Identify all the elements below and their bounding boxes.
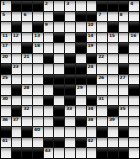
block-cell [54,117,64,127]
grid-cell[interactable] [108,12,118,22]
grid-cell[interactable] [54,43,64,53]
grid-cell[interactable] [44,106,54,116]
clue-number: 7 [98,12,101,17]
block-cell [76,117,86,127]
clue-number: 41 [2,138,8,143]
grid-cell[interactable] [108,127,118,137]
block-cell [108,22,118,32]
grid-cell[interactable] [129,75,139,85]
grid-cell[interactable] [44,127,54,137]
grid-cell[interactable] [76,54,86,64]
clue-number: 39 [109,117,115,122]
grid-cell[interactable] [76,22,86,32]
grid-cell[interactable]: 3 [65,1,75,11]
block-cell [12,22,22,32]
grid-cell[interactable] [65,43,75,53]
clue-number: 25 [2,75,8,80]
block-cell [97,127,107,137]
clue-number: 32 [23,106,29,111]
clue-number: 9 [45,22,48,27]
grid-cell[interactable] [108,64,118,74]
clue-number: 4 [130,1,133,6]
block-cell [97,1,107,11]
grid-cell[interactable] [33,96,43,106]
grid-cell[interactable] [108,75,118,85]
block-cell [119,1,129,11]
grid-cell[interactable] [54,54,64,64]
grid-cell[interactable]: 21 [22,54,32,64]
grid-cell[interactable] [22,22,32,32]
block-cell [44,75,54,85]
clue-number: 2 [45,1,48,6]
clue-number: 8 [120,12,123,17]
grid-cell[interactable] [33,138,43,148]
grid-cell[interactable]: 19 [87,43,97,53]
grid-cell[interactable]: 16 [129,33,139,43]
grid-cell[interactable] [108,43,118,53]
block-cell [22,1,32,11]
grid-cell[interactable]: 31 [97,96,107,106]
grid-cell[interactable] [12,138,22,148]
grid-cell[interactable] [33,85,43,95]
block-cell [65,75,75,85]
block-cell [87,12,97,22]
grid-cell[interactable] [76,1,86,11]
grid-cell[interactable] [97,117,107,127]
grid-cell[interactable]: 23 [12,64,22,74]
grid-cell[interactable] [108,54,118,64]
grid-cell[interactable] [108,96,118,106]
grid-cell[interactable] [12,43,22,53]
clue-number: 29 [77,85,83,90]
block-cell [54,106,64,116]
grid-cell[interactable]: 18 [33,43,43,53]
block-cell [76,75,86,85]
grid-cell[interactable] [76,148,86,158]
grid-cell[interactable] [129,127,139,137]
grid-cell[interactable] [129,96,139,106]
grid-cell[interactable] [119,117,129,127]
block-cell [87,75,97,85]
grid-cell[interactable]: 42 [87,138,97,148]
grid-cell[interactable] [119,138,129,148]
grid-cell[interactable] [44,64,54,74]
block-cell [22,127,32,137]
clue-number: 38 [88,117,94,122]
grid-cell[interactable]: 12 [12,33,22,43]
grid-cell[interactable] [65,148,75,158]
grid-cell[interactable]: 7 [97,12,107,22]
grid-cell[interactable] [33,75,43,85]
grid-cell[interactable] [22,117,32,127]
block-cell [65,85,75,95]
grid-cell[interactable] [33,12,43,22]
block-cell [119,64,129,74]
grid-cell[interactable]: 30 [1,96,11,106]
grid-cell[interactable] [119,33,129,43]
grid-cell[interactable] [54,96,64,106]
grid-cell[interactable] [97,106,107,116]
grid-cell[interactable] [33,106,43,116]
clue-number: 33 [66,106,72,111]
block-cell [119,148,129,158]
grid-cell[interactable]: 14 [87,33,97,43]
block-cell [33,1,43,11]
clue-number: 18 [34,43,40,48]
grid-cell[interactable]: 15 [108,33,118,43]
block-cell [44,54,54,64]
block-cell [44,138,54,148]
grid-cell[interactable] [1,85,11,95]
grid-cell[interactable] [12,96,22,106]
grid-cell[interactable] [119,54,129,64]
block-cell [129,22,139,32]
clue-number: 35 [120,106,126,111]
grid-cell[interactable] [33,64,43,74]
grid-cell[interactable] [54,1,64,11]
grid-cell[interactable] [22,64,32,74]
grid-cell[interactable] [76,96,86,106]
grid-cell[interactable] [44,117,54,127]
grid-cell[interactable] [65,33,75,43]
block-cell [65,64,75,74]
grid-cell[interactable] [22,138,32,148]
clue-number: 3 [66,1,69,6]
grid-cell[interactable]: 5 [1,12,11,22]
block-cell [12,106,22,116]
grid-cell[interactable]: 20 [1,54,11,64]
grid-cell[interactable]: 41 [1,138,11,148]
block-cell [65,96,75,106]
grid-cell[interactable]: 4 [129,1,139,11]
grid-cell[interactable]: 1 [1,1,11,11]
grid-cell[interactable] [65,117,75,127]
grid-cell[interactable]: 13 [33,33,43,43]
grid-cell[interactable]: 28 [22,85,32,95]
clue-number: 6 [23,12,26,17]
clue-number: 12 [13,33,19,38]
block-cell [87,54,97,64]
block-cell [76,12,86,22]
block-cell [108,1,118,11]
grid-cell[interactable] [87,1,97,11]
grid-cell[interactable] [1,22,11,32]
grid-cell[interactable] [33,54,43,64]
block-cell [129,85,139,95]
block-cell [54,138,64,148]
grid-cell[interactable]: 43 [44,148,54,158]
grid-cell[interactable]: 8 [119,12,129,22]
clue-number: 23 [13,64,19,69]
grid-cell[interactable] [97,22,107,32]
grid-cell[interactable] [65,22,75,32]
grid-cell[interactable] [22,96,32,106]
grid-cell[interactable] [44,43,54,53]
grid-cell[interactable] [54,127,64,137]
grid-cell[interactable]: 32 [22,106,32,116]
clue-number: 19 [88,43,94,48]
grid-cell[interactable] [22,33,32,43]
grid-cell[interactable] [54,148,64,158]
block-cell [76,64,86,74]
crossword-grid: 1234567891011121314151617181920212223242… [0,0,140,159]
block-cell [76,43,86,53]
clue-number: 34 [88,106,94,111]
grid-cell[interactable] [54,64,64,74]
grid-cell[interactable]: 26 [97,75,107,85]
grid-cell[interactable] [129,106,139,116]
grid-cell[interactable] [33,117,43,127]
clue-number: 36 [2,117,8,122]
block-cell [87,96,97,106]
grid-cell[interactable] [129,43,139,53]
block-cell [1,127,11,137]
grid-cell[interactable] [97,33,107,43]
block-cell [22,43,32,53]
clue-number: 43 [45,148,51,153]
grid-cell[interactable]: 11 [1,33,11,43]
grid-cell[interactable] [129,12,139,22]
clue-number: 27 [120,75,126,80]
grid-cell[interactable] [108,138,118,148]
grid-cell[interactable] [87,127,97,137]
grid-cell[interactable] [129,138,139,148]
clue-number: 11 [2,33,8,38]
block-cell [108,148,118,158]
grid-cell[interactable] [119,22,129,32]
block-cell [97,148,107,158]
grid-cell[interactable] [12,127,22,137]
block-cell [119,43,129,53]
grid-cell[interactable] [129,117,139,127]
grid-cell[interactable] [129,148,139,158]
block-cell [54,75,64,85]
grid-cell[interactable]: 27 [119,75,129,85]
grid-cell[interactable]: 6 [22,12,32,22]
grid-cell[interactable]: 36 [1,117,11,127]
grid-cell[interactable]: 35 [119,106,129,116]
grid-cell[interactable] [44,85,54,95]
grid-cell[interactable] [22,75,32,85]
block-cell [76,138,86,148]
grid-cell[interactable] [12,54,22,64]
grid-cell[interactable]: 9 [44,22,54,32]
block-cell [22,148,32,158]
block-cell [44,96,54,106]
grid-cell[interactable]: 34 [87,106,97,116]
grid-cell[interactable]: 29 [76,85,86,95]
clue-number: 37 [13,117,19,122]
clue-number: 16 [130,33,136,38]
grid-cell[interactable] [12,75,22,85]
grid-cell[interactable] [76,127,86,137]
block-cell [33,22,43,32]
grid-cell[interactable] [54,22,64,32]
clue-number: 1 [2,1,5,6]
grid-cell[interactable]: 40 [33,127,43,137]
block-cell [54,33,64,43]
block-cell [12,148,22,158]
grid-cell[interactable] [97,138,107,148]
clue-number: 15 [109,33,115,38]
block-cell [12,85,22,95]
clue-number: 13 [34,33,40,38]
clue-number: 30 [2,96,8,101]
clue-number: 17 [2,43,8,48]
block-cell [65,54,75,64]
clue-number: 14 [88,33,94,38]
grid-cell[interactable]: 39 [108,117,118,127]
grid-cell[interactable]: 22 [97,54,107,64]
grid-cell[interactable] [65,127,75,137]
grid-cell[interactable]: 33 [65,106,75,116]
grid-cell[interactable]: 38 [87,117,97,127]
clue-number: 31 [98,96,104,101]
grid-cell[interactable] [1,148,11,158]
grid-cell[interactable] [119,85,129,95]
clue-number: 10 [88,22,94,27]
grid-cell[interactable] [129,54,139,64]
crossword-puzzle: 1234567891011121314151617181920212223242… [0,0,140,159]
grid-cell[interactable]: 25 [1,75,11,85]
grid-cell[interactable] [44,33,54,43]
grid-cell[interactable] [65,138,75,148]
grid-cell[interactable] [1,106,11,116]
grid-cell[interactable] [108,85,118,95]
clue-number: 22 [98,54,104,59]
grid-cell[interactable] [87,85,97,95]
grid-cell[interactable] [97,64,107,74]
grid-cell[interactable] [97,43,107,53]
clue-number: 24 [88,64,94,69]
grid-cell[interactable]: 37 [12,117,22,127]
grid-cell[interactable]: 24 [87,64,97,74]
clue-number: 26 [98,75,104,80]
clue-number: 5 [2,12,5,17]
grid-cell[interactable] [65,12,75,22]
clue-number: 42 [88,138,94,143]
grid-cell[interactable]: 17 [1,43,11,53]
block-cell [12,1,22,11]
block-cell [108,106,118,116]
clue-number: 40 [34,127,40,132]
clue-number: 20 [2,54,8,59]
grid-cell[interactable] [12,12,22,22]
grid-cell[interactable] [76,106,86,116]
grid-cell[interactable] [119,96,129,106]
grid-cell[interactable]: 10 [87,22,97,32]
grid-cell[interactable] [87,148,97,158]
block-cell [76,33,86,43]
clue-number: 28 [23,85,29,90]
block-cell [1,64,11,74]
grid-cell[interactable]: 2 [44,1,54,11]
grid-cell[interactable] [97,85,107,95]
block-cell [33,148,43,158]
clue-number: 21 [23,54,29,59]
block-cell [54,85,64,95]
grid-cell[interactable] [129,64,139,74]
block-cell [119,127,129,137]
grid-cell[interactable] [44,12,54,22]
block-cell [54,12,64,22]
